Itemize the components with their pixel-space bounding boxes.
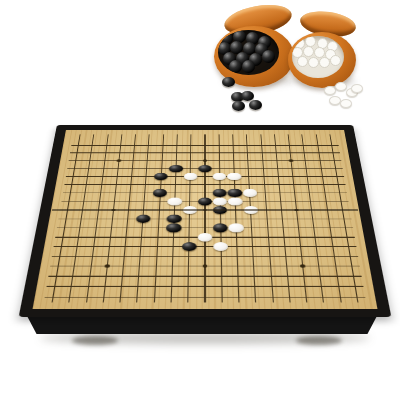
star-point	[289, 159, 294, 161]
star-point	[203, 265, 208, 268]
bowl-white-stone	[330, 55, 341, 66]
bowl-white-stone	[303, 46, 314, 57]
star-point	[117, 159, 122, 161]
black-stone	[213, 189, 227, 197]
white-stone	[213, 173, 227, 180]
white-stone	[198, 233, 213, 242]
black-stone-bowl	[214, 6, 298, 88]
board-surface	[33, 130, 378, 309]
loose-black-stone	[232, 101, 245, 111]
loose-white-stone	[340, 99, 352, 108]
white-stone	[228, 197, 242, 205]
bowl-black-stone	[229, 60, 242, 73]
white-bowl-interior	[292, 36, 344, 78]
black-stone	[167, 215, 182, 223]
white-bowl-body	[288, 32, 356, 88]
black-stone	[228, 189, 242, 197]
star-point	[203, 159, 207, 161]
star-point	[105, 265, 110, 268]
bowl-white-stone	[308, 57, 319, 68]
white-stone	[168, 197, 182, 205]
loose-white-stone	[351, 84, 363, 93]
fold-line	[52, 209, 358, 210]
black-stone	[169, 165, 183, 172]
white-stone-bowl	[288, 12, 360, 90]
loose-white-stone	[335, 82, 347, 91]
white-stone	[183, 173, 197, 180]
bowl-white-stone	[319, 57, 330, 68]
black-stone	[198, 165, 212, 172]
white-stone	[213, 242, 228, 251]
white-stone	[243, 189, 257, 197]
white-stone	[227, 173, 241, 180]
black-stone	[198, 197, 212, 205]
go-board	[19, 125, 392, 317]
white-stone	[213, 197, 227, 205]
bowl-black-stone	[242, 60, 255, 73]
product-photo-scene	[0, 0, 400, 400]
black-stone	[153, 189, 167, 197]
star-point	[300, 265, 305, 268]
board-perspective-wrap	[40, 45, 370, 375]
loose-black-stone	[249, 100, 262, 110]
black-stone	[166, 224, 181, 232]
go-grid	[44, 134, 366, 302]
black-stone	[154, 173, 168, 180]
loose-black-stone	[222, 77, 235, 87]
black-stone	[213, 224, 228, 232]
bowl-black-stone	[262, 50, 275, 63]
bowl-white-stone	[297, 56, 308, 67]
black-bowl-interior	[218, 30, 279, 75]
black-stone	[136, 215, 151, 223]
black-stone	[182, 242, 197, 251]
white-stone	[229, 224, 244, 232]
